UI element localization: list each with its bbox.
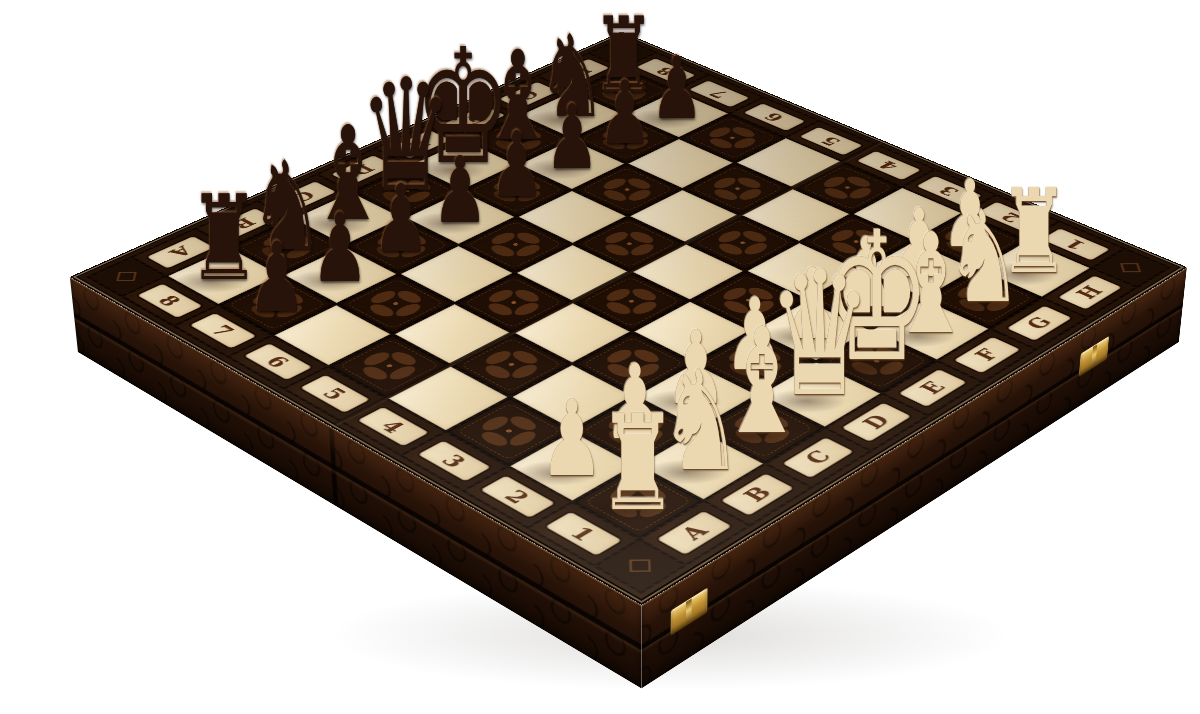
coordinate-inlay: 5 bbox=[299, 374, 370, 412]
coordinate-inlay: 4 bbox=[357, 407, 429, 447]
coordinate-inlay: C bbox=[782, 437, 853, 478]
coordinate-inlay: G bbox=[1007, 306, 1072, 341]
coordinate-inlay: 1 bbox=[545, 512, 623, 556]
coordinate-inlay: B bbox=[721, 473, 794, 515]
coordinate-inlay: E bbox=[899, 369, 967, 407]
coordinate-inlay: 3 bbox=[418, 441, 492, 482]
coordinate-inlay: 6 bbox=[243, 343, 312, 380]
square-b3[interactable] bbox=[512, 365, 632, 429]
diamond-motif-icon bbox=[615, 49, 631, 56]
square-b5[interactable] bbox=[394, 304, 510, 364]
coordinate-inlay: D bbox=[842, 403, 912, 442]
square-d3[interactable] bbox=[634, 302, 749, 362]
square-e3[interactable] bbox=[692, 272, 805, 330]
square-d4[interactable] bbox=[574, 273, 687, 331]
square-c3[interactable] bbox=[574, 333, 691, 395]
square-c5[interactable] bbox=[456, 274, 570, 332]
coordinate-inlay: 8 bbox=[137, 283, 203, 318]
square-b4[interactable] bbox=[452, 334, 570, 396]
square-b2[interactable] bbox=[575, 397, 697, 463]
square-b6[interactable] bbox=[338, 275, 452, 333]
coordinate-inlay: 2 bbox=[480, 475, 556, 518]
brass-clasp bbox=[670, 587, 707, 635]
board-grid: ABCDEFGH8877665544332211ABCDEFGH bbox=[86, 37, 1172, 594]
square-c2[interactable] bbox=[637, 364, 756, 428]
chess-board-box: ABCDEFGH8877665544332211ABCDEFGH bbox=[70, 32, 1187, 605]
diamond-motif-icon bbox=[1121, 263, 1141, 272]
diamond-motif-icon bbox=[630, 559, 651, 571]
scene: ABCDEFGH8877665544332211ABCDEFGH ♜♞♝♛♚♝♞… bbox=[0, 0, 1200, 714]
coordinate-inlay: 7 bbox=[189, 313, 257, 349]
coordinate-inlay: H bbox=[1058, 276, 1122, 310]
brass-clasp bbox=[1079, 336, 1109, 376]
coordinate-inlay: A bbox=[657, 511, 732, 555]
square-f2[interactable] bbox=[810, 271, 923, 329]
square-e2[interactable] bbox=[754, 301, 869, 361]
coordinate-inlay: F bbox=[954, 337, 1021, 373]
square-d2[interactable] bbox=[696, 332, 813, 394]
diamond-motif-icon bbox=[117, 272, 137, 281]
square-c4[interactable] bbox=[514, 303, 629, 363]
